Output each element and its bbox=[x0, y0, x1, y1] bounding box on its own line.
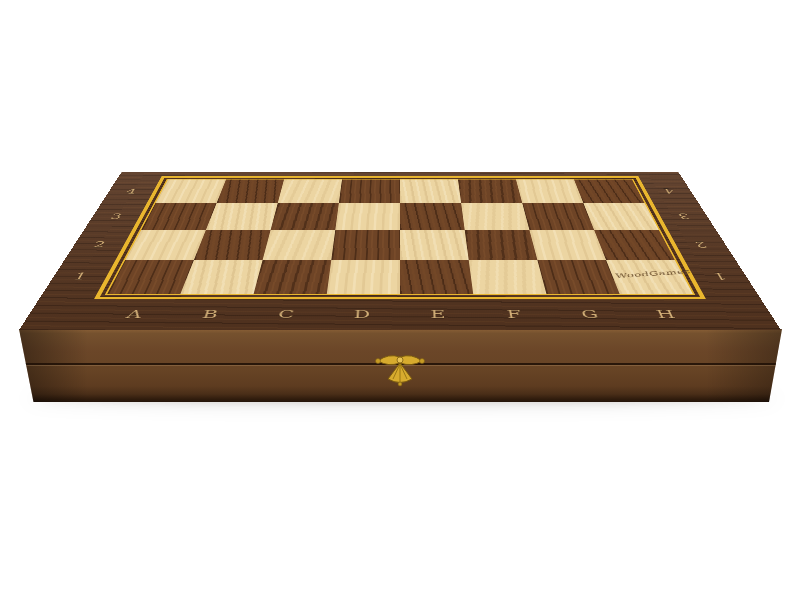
chess-board-box-photo: 4321 4321 ABCDEFGH WoodGames bbox=[0, 0, 800, 600]
square-g4 bbox=[516, 179, 584, 203]
square-f2 bbox=[465, 230, 538, 260]
file-labels: ABCDEFGH bbox=[88, 299, 712, 330]
square-c1 bbox=[254, 260, 332, 294]
square-f4 bbox=[458, 179, 522, 203]
square-f3 bbox=[461, 203, 529, 230]
square-c3 bbox=[271, 203, 339, 230]
square-e1 bbox=[400, 260, 473, 294]
square-b1 bbox=[180, 260, 262, 294]
square-a4 bbox=[155, 179, 226, 203]
playing-grid: WoodGames bbox=[107, 179, 693, 293]
square-e2 bbox=[400, 230, 469, 260]
board-surface: 4321 4321 ABCDEFGH WoodGames bbox=[19, 172, 781, 330]
square-a1 bbox=[107, 260, 194, 294]
file-label-e: E bbox=[400, 299, 478, 330]
square-h3 bbox=[584, 203, 659, 230]
square-h4 bbox=[574, 179, 645, 203]
file-label-g: G bbox=[548, 299, 634, 330]
square-g2 bbox=[529, 230, 606, 260]
file-label-h: H bbox=[622, 299, 712, 330]
brass-clasp-icon bbox=[372, 351, 428, 387]
square-b4 bbox=[216, 179, 284, 203]
square-a3 bbox=[141, 203, 216, 230]
square-c2 bbox=[263, 230, 336, 260]
square-d1 bbox=[327, 260, 400, 294]
square-b3 bbox=[206, 203, 278, 230]
square-c4 bbox=[278, 179, 342, 203]
file-label-b: B bbox=[166, 299, 252, 330]
square-d2 bbox=[331, 230, 400, 260]
square-e3 bbox=[400, 203, 465, 230]
gold-frame-inner: WoodGames bbox=[105, 179, 695, 295]
square-h1: WoodGames bbox=[606, 260, 693, 294]
file-label-c: C bbox=[244, 299, 326, 330]
file-label-f: F bbox=[474, 299, 556, 330]
file-label-d: D bbox=[322, 299, 400, 330]
square-f1 bbox=[469, 260, 547, 294]
square-e4 bbox=[400, 179, 461, 203]
square-h2 bbox=[594, 230, 675, 260]
file-label-a: A bbox=[88, 299, 178, 330]
logo-woodgames: WoodGames bbox=[612, 268, 692, 280]
square-a2 bbox=[125, 230, 206, 260]
square-b2 bbox=[194, 230, 271, 260]
square-d4 bbox=[339, 179, 400, 203]
square-g3 bbox=[522, 203, 594, 230]
gold-frame: WoodGames bbox=[94, 176, 706, 299]
square-d3 bbox=[335, 203, 400, 230]
